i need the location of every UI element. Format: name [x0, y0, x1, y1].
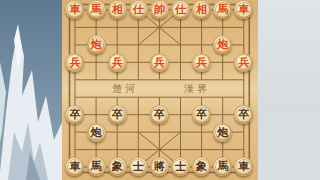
piece-character: 馬	[217, 161, 228, 172]
pieces-grid: 車馬相仕帥仕相馬車炮炮兵兵兵兵兵卒卒卒卒卒炮炮車馬象士將士象馬車	[64, 1, 254, 175]
piece-character: 仕	[133, 4, 144, 15]
piece-character: 相	[196, 4, 207, 15]
piece-character: 兵	[154, 56, 165, 67]
piece-red-cannon[interactable]: 炮	[213, 35, 232, 54]
piece-black-general[interactable]: 將	[150, 157, 169, 176]
piece-red-soldier[interactable]: 兵	[234, 53, 253, 72]
piece-character: 車	[69, 4, 80, 15]
piece-red-soldier[interactable]: 兵	[192, 53, 211, 72]
piece-black-advisor[interactable]: 士	[129, 157, 148, 176]
piece-red-general[interactable]: 帥	[150, 0, 169, 19]
piece-character: 象	[196, 161, 207, 172]
piece-character: 車	[238, 4, 249, 15]
piece-black-horse[interactable]: 馬	[87, 157, 106, 176]
piece-character: 仕	[175, 4, 186, 15]
piece-character: 象	[112, 161, 123, 172]
piece-black-soldier[interactable]: 卒	[234, 105, 253, 124]
piece-red-horse[interactable]: 馬	[213, 0, 232, 19]
piece-black-cannon[interactable]: 炮	[87, 123, 106, 142]
piece-red-advisor[interactable]: 仕	[129, 0, 148, 19]
piece-character: 馬	[91, 4, 102, 15]
piece-black-soldier[interactable]: 卒	[108, 105, 127, 124]
piece-black-chariot[interactable]: 車	[234, 157, 253, 176]
piece-character: 兵	[238, 56, 249, 67]
piece-character: 將	[154, 161, 165, 172]
piece-character: 卒	[154, 109, 165, 120]
piece-black-cannon[interactable]: 炮	[213, 123, 232, 142]
piece-red-cannon[interactable]: 炮	[87, 35, 106, 54]
mountain-background-image	[0, 0, 62, 180]
piece-character: 兵	[69, 56, 80, 67]
mountain-art	[0, 0, 62, 180]
piece-character: 炮	[91, 126, 102, 137]
piece-red-chariot[interactable]: 車	[234, 0, 253, 19]
piece-character: 炮	[91, 39, 102, 50]
piece-character: 卒	[69, 109, 80, 120]
piece-character: 相	[112, 4, 123, 15]
piece-black-soldier[interactable]: 卒	[192, 105, 211, 124]
piece-character: 馬	[91, 161, 102, 172]
piece-red-chariot[interactable]: 車	[65, 0, 84, 19]
piece-black-soldier[interactable]: 卒	[65, 105, 84, 124]
piece-black-soldier[interactable]: 卒	[150, 105, 169, 124]
piece-character: 卒	[196, 109, 207, 120]
piece-red-soldier[interactable]: 兵	[108, 53, 127, 72]
piece-character: 馬	[217, 4, 228, 15]
piece-character: 兵	[112, 56, 123, 67]
piece-black-chariot[interactable]: 車	[65, 157, 84, 176]
piece-character: 車	[238, 161, 249, 172]
piece-character: 卒	[238, 109, 249, 120]
game-screen: 楚河 漢界 車馬相仕帥仕相馬車炮炮兵兵兵兵兵卒卒卒卒卒炮炮車馬象士將士象馬車	[0, 0, 320, 180]
piece-red-horse[interactable]: 馬	[87, 0, 106, 19]
piece-red-elephant[interactable]: 相	[108, 0, 127, 19]
piece-black-advisor[interactable]: 士	[171, 157, 190, 176]
piece-character: 士	[133, 161, 144, 172]
piece-black-elephant[interactable]: 象	[192, 157, 211, 176]
piece-red-soldier[interactable]: 兵	[150, 53, 169, 72]
piece-red-soldier[interactable]: 兵	[65, 53, 84, 72]
piece-red-advisor[interactable]: 仕	[171, 0, 190, 19]
piece-character: 帥	[154, 4, 165, 15]
piece-character: 車	[69, 161, 80, 172]
piece-character: 炮	[217, 39, 228, 50]
piece-red-elephant[interactable]: 相	[192, 0, 211, 19]
piece-character: 士	[175, 161, 186, 172]
xiangqi-board[interactable]: 楚河 漢界 車馬相仕帥仕相馬車炮炮兵兵兵兵兵卒卒卒卒卒炮炮車馬象士將士象馬車	[62, 0, 258, 180]
piece-black-elephant[interactable]: 象	[108, 157, 127, 176]
piece-black-horse[interactable]: 馬	[213, 157, 232, 176]
piece-character: 兵	[196, 56, 207, 67]
piece-character: 卒	[112, 109, 123, 120]
piece-character: 炮	[217, 126, 228, 137]
